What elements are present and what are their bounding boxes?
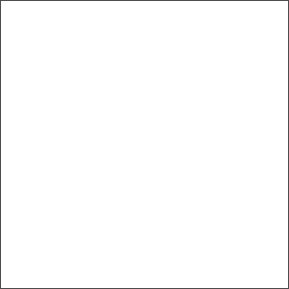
chess-board [0,0,289,289]
chess-diagram [0,0,289,289]
